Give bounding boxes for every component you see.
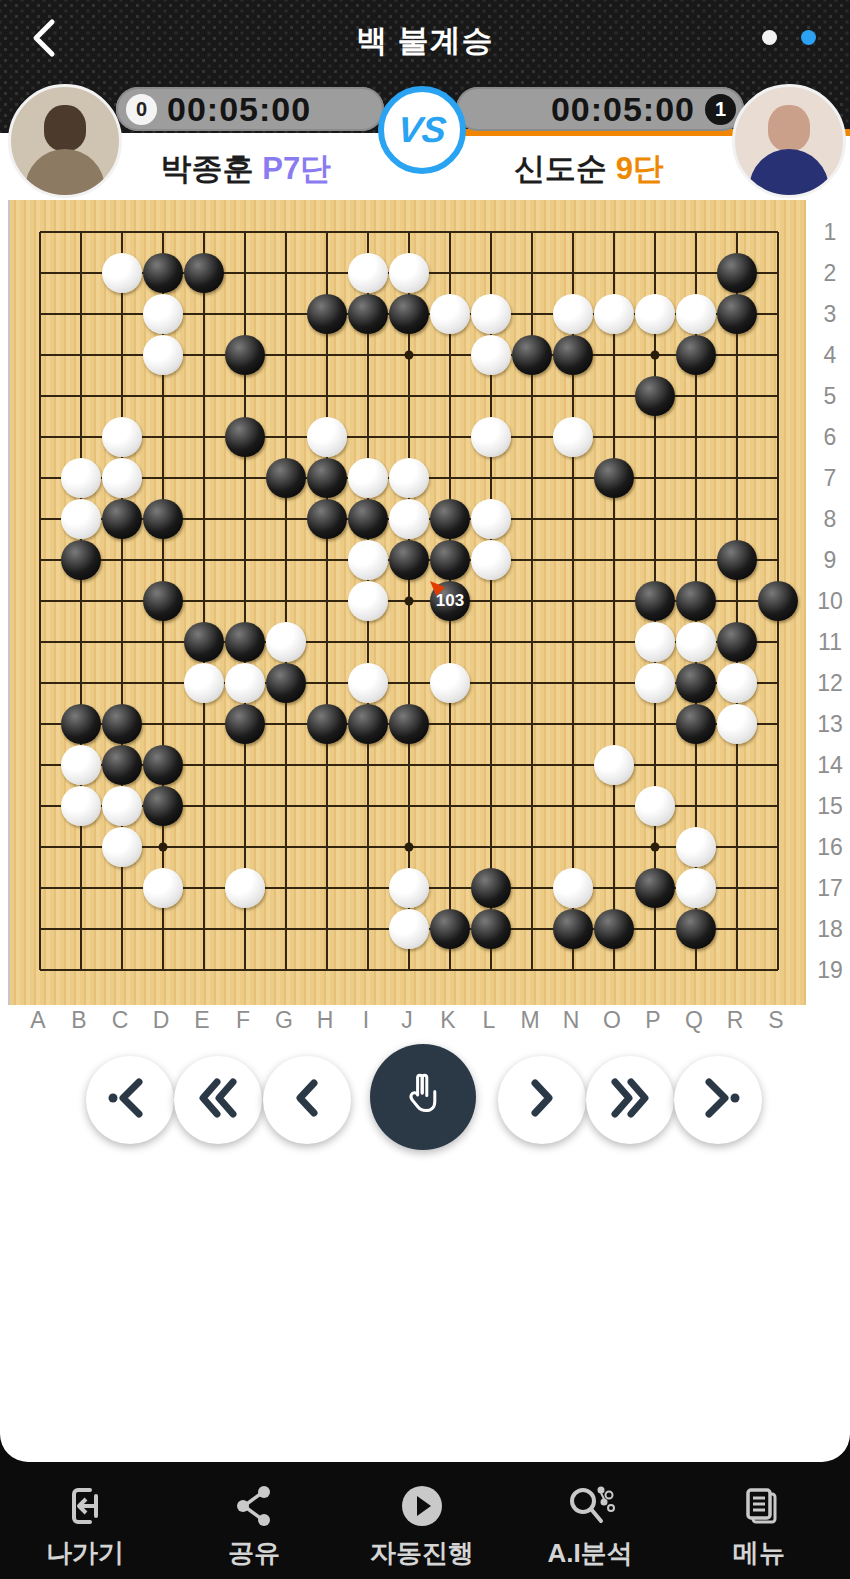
black-stone-R2 <box>717 253 757 293</box>
black-stone-N18 <box>553 909 593 949</box>
row-label-4: 4 <box>810 342 850 369</box>
white-stone-C7 <box>102 458 142 498</box>
white-stone-J7 <box>389 458 429 498</box>
row-label-13: 13 <box>810 711 850 738</box>
white-stone-E12 <box>184 663 224 703</box>
white-stone-B15 <box>61 786 101 826</box>
white-stone-P15 <box>635 786 675 826</box>
black-stone-H8 <box>307 499 347 539</box>
col-label-E: E <box>187 1007 217 1034</box>
black-stone-G12 <box>266 663 306 703</box>
black-stone-R11 <box>717 622 757 662</box>
white-stone-L8 <box>471 499 511 539</box>
toolbar-item-4[interactable]: A.I분석 <box>515 1480 665 1571</box>
white-stone-C16 <box>102 827 142 867</box>
col-label-L: L <box>474 1007 504 1034</box>
control-hand-button[interactable] <box>370 1044 476 1150</box>
black-stone-F11 <box>225 622 265 662</box>
white-stone-J2 <box>389 253 429 293</box>
black-stone-C14 <box>102 745 142 785</box>
white-stone-O3 <box>594 294 634 334</box>
col-label-A: A <box>23 1007 53 1034</box>
white-stone-O14 <box>594 745 634 785</box>
toolbar-label: 메뉴 <box>684 1536 834 1571</box>
black-stone-D8 <box>143 499 183 539</box>
black-stone-K10: 103 <box>430 581 470 621</box>
hoshi-point <box>405 351 414 360</box>
white-stone-I10 <box>348 581 388 621</box>
col-label-G: G <box>269 1007 299 1034</box>
right-player-timer: 00:05:00 1 <box>456 87 744 131</box>
menu-icon <box>684 1480 834 1532</box>
white-stone-P11 <box>635 622 675 662</box>
jump-forward-icon <box>695 1076 741 1124</box>
left-player-timer: 0 00:05:00 <box>116 87 384 131</box>
row-label-2: 2 <box>810 260 850 287</box>
left-avatar-silhouette <box>44 105 86 151</box>
game-result-title: 백 불계승 <box>0 20 850 62</box>
col-label-N: N <box>556 1007 586 1034</box>
black-stone-M4 <box>512 335 552 375</box>
white-stone-C6 <box>102 417 142 457</box>
board-row-labels: 12345678910111213141516171819 <box>810 200 850 1005</box>
black-stone-K8 <box>430 499 470 539</box>
goban-board[interactable]: 103 <box>8 200 806 1005</box>
right-player-name: 신도순 9단 <box>450 148 728 190</box>
white-stone-B7 <box>61 458 101 498</box>
black-stone-H3 <box>307 294 347 334</box>
white-stone-B8 <box>61 499 101 539</box>
control-back-button[interactable] <box>263 1056 351 1144</box>
black-stone-J3 <box>389 294 429 334</box>
black-stone-P10 <box>635 581 675 621</box>
autoplay-icon <box>347 1480 497 1532</box>
white-stone-Q11 <box>676 622 716 662</box>
white-stone-Q3 <box>676 294 716 334</box>
vs-label: VS <box>396 109 448 151</box>
row-label-3: 3 <box>810 301 850 328</box>
toolbar-item-1[interactable]: 나가기 <box>10 1480 160 1571</box>
white-stone-J8 <box>389 499 429 539</box>
black-stone-F4 <box>225 335 265 375</box>
hoshi-point <box>405 597 414 606</box>
toolbar-item-3[interactable]: 자동진행 <box>347 1480 497 1571</box>
left-capture-badge: 0 <box>126 94 157 125</box>
black-stone-Q10 <box>676 581 716 621</box>
col-label-O: O <box>597 1007 627 1034</box>
black-stone-B9 <box>61 540 101 580</box>
black-stone-B13 <box>61 704 101 744</box>
black-stone-J9 <box>389 540 429 580</box>
share-icon <box>179 1480 329 1532</box>
black-stone-K18 <box>430 909 470 949</box>
left-player-avatar <box>8 84 122 198</box>
hoshi-point <box>651 351 660 360</box>
white-stone-J17 <box>389 868 429 908</box>
col-label-R: R <box>720 1007 750 1034</box>
row-label-7: 7 <box>810 465 850 492</box>
black-stone-J13 <box>389 704 429 744</box>
black-stone-I3 <box>348 294 388 334</box>
control-fast-back-button[interactable] <box>174 1056 262 1144</box>
left-time-text: 00:05:00 <box>157 90 321 129</box>
black-stone-Q13 <box>676 704 716 744</box>
right-avatar-silhouette <box>768 105 810 151</box>
black-stone-D15 <box>143 786 183 826</box>
black-stone-G7 <box>266 458 306 498</box>
jump-back-icon <box>107 1076 153 1124</box>
black-stone-S10 <box>758 581 798 621</box>
right-player-rank: 9단 <box>616 151 664 186</box>
toolbar-item-2[interactable]: 공유 <box>179 1480 329 1571</box>
toolbar-label: A.I분석 <box>515 1536 665 1571</box>
black-stone-I8 <box>348 499 388 539</box>
black-stone-P17 <box>635 868 675 908</box>
black-stone-L17 <box>471 868 511 908</box>
row-label-11: 11 <box>810 629 850 656</box>
col-label-B: B <box>64 1007 94 1034</box>
row-label-16: 16 <box>810 834 850 861</box>
white-stone-G11 <box>266 622 306 662</box>
white-stone-Q16 <box>676 827 716 867</box>
white-stone-C2 <box>102 253 142 293</box>
white-stone-H6 <box>307 417 347 457</box>
hoshi-point <box>159 843 168 852</box>
right-player-avatar <box>732 84 846 198</box>
fast-forward-icon <box>607 1076 653 1124</box>
black-stone-N4 <box>553 335 593 375</box>
black-stone-Q4 <box>676 335 716 375</box>
white-stone-I12 <box>348 663 388 703</box>
toolbar-label: 나가기 <box>10 1536 160 1571</box>
page-dot-1[interactable] <box>762 30 777 45</box>
forward-icon <box>522 1076 562 1124</box>
black-stone-F13 <box>225 704 265 744</box>
black-stone-Q18 <box>676 909 716 949</box>
row-label-14: 14 <box>810 752 850 779</box>
back-icon <box>287 1076 327 1124</box>
hoshi-point <box>405 843 414 852</box>
white-stone-I7 <box>348 458 388 498</box>
white-stone-D17 <box>143 868 183 908</box>
left-player-rank: P7단 <box>262 151 331 186</box>
white-stone-L6 <box>471 417 511 457</box>
go-app-screen: 백 불계승 0 00:05:00 00:05:00 1 VS 박종훈 P7단 신… <box>0 0 850 1579</box>
ai-analysis-icon <box>515 1480 665 1532</box>
white-stone-L9 <box>471 540 511 580</box>
right-capture-badge: 1 <box>705 94 736 125</box>
white-stone-Q17 <box>676 868 716 908</box>
col-label-I: I <box>351 1007 381 1034</box>
control-jump-back-button[interactable] <box>86 1056 174 1144</box>
col-label-C: C <box>105 1007 135 1034</box>
white-stone-J18 <box>389 909 429 949</box>
white-stone-L3 <box>471 294 511 334</box>
black-stone-O7 <box>594 458 634 498</box>
black-stone-I13 <box>348 704 388 744</box>
black-stone-K9 <box>430 540 470 580</box>
row-label-6: 6 <box>810 424 850 451</box>
move-number-label: 103 <box>430 581 470 621</box>
white-stone-N17 <box>553 868 593 908</box>
col-label-Q: Q <box>679 1007 709 1034</box>
black-stone-H13 <box>307 704 347 744</box>
col-label-D: D <box>146 1007 176 1034</box>
white-stone-D4 <box>143 335 183 375</box>
col-label-P: P <box>638 1007 668 1034</box>
white-stone-K3 <box>430 294 470 334</box>
black-stone-E11 <box>184 622 224 662</box>
row-label-18: 18 <box>810 916 850 943</box>
white-stone-R12 <box>717 663 757 703</box>
white-stone-P3 <box>635 294 675 334</box>
black-stone-R9 <box>717 540 757 580</box>
col-label-S: S <box>761 1007 791 1034</box>
black-stone-P5 <box>635 376 675 416</box>
col-label-J: J <box>392 1007 422 1034</box>
white-stone-N3 <box>553 294 593 334</box>
vs-badge: VS <box>378 86 466 174</box>
left-player-name: 박종훈 P7단 <box>116 148 376 190</box>
white-stone-I2 <box>348 253 388 293</box>
white-stone-B14 <box>61 745 101 785</box>
row-label-1: 1 <box>810 219 850 246</box>
control-fast-forward-button[interactable] <box>586 1056 674 1144</box>
control-jump-forward-button[interactable] <box>674 1056 762 1144</box>
white-stone-D3 <box>143 294 183 334</box>
white-stone-F17 <box>225 868 265 908</box>
white-stone-K12 <box>430 663 470 703</box>
row-label-8: 8 <box>810 506 850 533</box>
exit-icon <box>10 1480 160 1532</box>
white-stone-I9 <box>348 540 388 580</box>
white-stone-F12 <box>225 663 265 703</box>
bottom-toolbar: 나가기 공유 자동진행 A.I분석 메뉴 <box>0 1462 850 1579</box>
black-stone-C8 <box>102 499 142 539</box>
col-label-F: F <box>228 1007 258 1034</box>
row-label-5: 5 <box>810 383 850 410</box>
white-stone-L4 <box>471 335 511 375</box>
control-forward-button[interactable] <box>498 1056 586 1144</box>
white-stone-P12 <box>635 663 675 703</box>
toolbar-item-5[interactable]: 메뉴 <box>684 1480 834 1571</box>
black-stone-E2 <box>184 253 224 293</box>
page-dot-2-active[interactable] <box>801 30 816 45</box>
black-stone-O18 <box>594 909 634 949</box>
hoshi-point <box>651 843 660 852</box>
black-stone-L18 <box>471 909 511 949</box>
row-label-15: 15 <box>810 793 850 820</box>
black-stone-R3 <box>717 294 757 334</box>
white-stone-R13 <box>717 704 757 744</box>
row-label-17: 17 <box>810 875 850 902</box>
row-label-19: 19 <box>810 957 850 984</box>
white-stone-C15 <box>102 786 142 826</box>
black-stone-C13 <box>102 704 142 744</box>
row-label-9: 9 <box>810 547 850 574</box>
black-stone-D14 <box>143 745 183 785</box>
toolbar-label: 공유 <box>179 1536 329 1571</box>
row-label-12: 12 <box>810 670 850 697</box>
board-column-labels: ABCDEFGHIJKLMNOPQRS <box>8 1007 806 1037</box>
row-label-10: 10 <box>810 588 850 615</box>
black-stone-D2 <box>143 253 183 293</box>
black-stone-F6 <box>225 417 265 457</box>
col-label-H: H <box>310 1007 340 1034</box>
fast-back-icon <box>195 1076 241 1124</box>
col-label-M: M <box>515 1007 545 1034</box>
white-stone-N6 <box>553 417 593 457</box>
col-label-K: K <box>433 1007 463 1034</box>
black-stone-H7 <box>307 458 347 498</box>
hand-icon <box>399 1069 447 1125</box>
black-stone-Q12 <box>676 663 716 703</box>
right-time-text: 00:05:00 <box>541 90 705 129</box>
black-stone-D10 <box>143 581 183 621</box>
toolbar-label: 자동진행 <box>347 1536 497 1571</box>
